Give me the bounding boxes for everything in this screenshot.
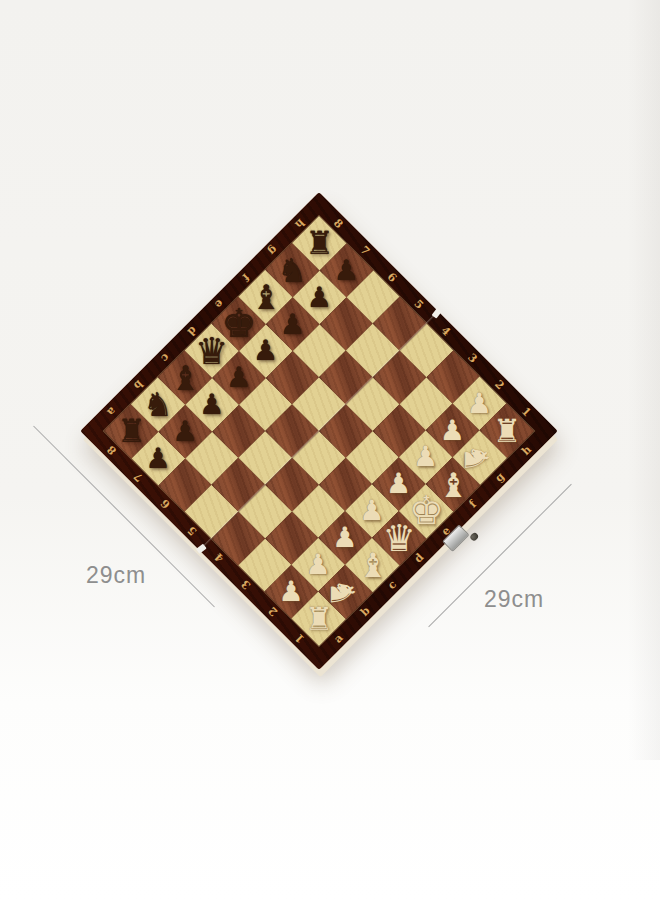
white-pawn-e2[interactable]: ♟ xyxy=(386,470,411,498)
white-knight-b1[interactable]: ♞ xyxy=(326,578,359,608)
white-pawn-c2[interactable]: ♟ xyxy=(333,524,358,552)
white-rook-h1[interactable]: ♜ xyxy=(492,415,521,447)
black-rook-h8[interactable]: ♜ xyxy=(305,227,334,259)
dimension-label-left: 29cm xyxy=(86,562,146,589)
backdrop-shading xyxy=(628,0,660,760)
black-pawn-d7[interactable]: ♟ xyxy=(226,364,251,392)
black-pawn-g7[interactable]: ♟ xyxy=(307,283,332,311)
product-photo-page: { "game": "chess", "position": "rnbqkbnr… xyxy=(0,0,660,900)
black-pawn-e7[interactable]: ♟ xyxy=(253,337,278,365)
white-pawn-a2[interactable]: ♟ xyxy=(279,578,304,606)
white-pawn-d2[interactable]: ♟ xyxy=(360,497,385,525)
white-pawn-h2[interactable]: ♟ xyxy=(467,390,492,418)
black-pawn-c7[interactable]: ♟ xyxy=(200,391,225,419)
black-pawn-a7[interactable]: ♟ xyxy=(146,444,171,472)
black-knight-b8[interactable]: ♞ xyxy=(143,388,173,421)
black-bishop-f8[interactable]: ♝ xyxy=(250,280,280,314)
black-pawn-h7[interactable]: ♟ xyxy=(334,256,359,284)
white-knight-g1[interactable]: ♞ xyxy=(460,444,493,474)
black-knight-g8[interactable]: ♞ xyxy=(278,254,308,287)
clasp-knob xyxy=(469,531,480,542)
black-rook-a8[interactable]: ♜ xyxy=(117,415,146,447)
white-pawn-g2[interactable]: ♟ xyxy=(440,416,465,444)
black-pawn-f7[interactable]: ♟ xyxy=(280,310,305,338)
dimension-label-right: 29cm xyxy=(484,586,544,613)
white-pawn-f2[interactable]: ♟ xyxy=(413,443,438,471)
black-pawn-b7[interactable]: ♟ xyxy=(173,418,198,446)
white-pawn-b2[interactable]: ♟ xyxy=(306,551,331,579)
